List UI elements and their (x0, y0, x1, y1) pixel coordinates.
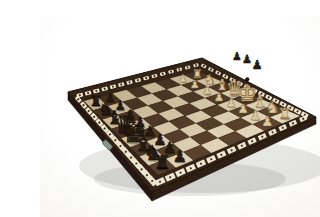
white-pawn-e2[interactable]: ♟ (226, 96, 237, 110)
black-rook-h8[interactable]: ♜ (153, 151, 170, 174)
white-pawn-d2[interactable]: ♟ (214, 90, 224, 104)
background-black-pawn-3[interactable]: ♟ (251, 57, 262, 72)
white-pawn-a2[interactable]: ♟ (178, 73, 187, 84)
white-pawn-g2[interactable]: ♟ (249, 108, 261, 123)
white-pawn-h2[interactable]: ♟ (261, 114, 273, 129)
black-pawn-h7[interactable]: ♟ (172, 147, 186, 166)
board-scene: ♟♟♟♜♟♞♟♝♟♛♟♚♟♜♟♝♟♞♟♞♜♟♟♝♟♟♛♟♚♟♝♟♞♟♜ (40, 16, 320, 217)
background-black-pawn-1[interactable]: ♟ (232, 50, 242, 63)
white-pawn-f2[interactable]: ♟ (238, 101, 249, 116)
white-king-finial (245, 77, 249, 81)
white-pawn-c2[interactable]: ♟ (202, 84, 212, 97)
white-pawn-b2[interactable]: ♟ (190, 78, 200, 91)
chess-set-photo: Folding wooden chess set photographed on… (40, 16, 320, 217)
white-rook-h1[interactable]: ♜ (278, 105, 292, 123)
